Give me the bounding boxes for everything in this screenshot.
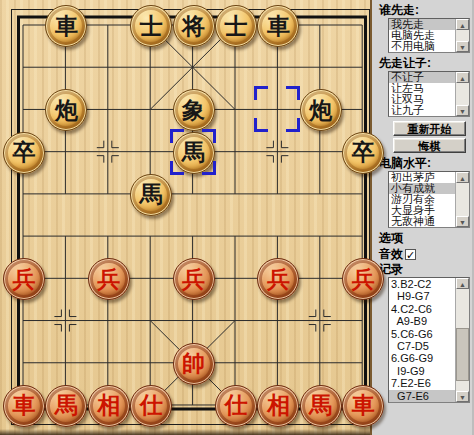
scroll-up-button[interactable]: ▲ xyxy=(456,19,469,30)
red-chariot[interactable]: 車 xyxy=(342,385,384,427)
restart-button[interactable]: 重新开始 xyxy=(393,121,466,136)
scrollbar-track[interactable] xyxy=(456,83,469,105)
control-panel: 谁先走: 我先走电脑先走不用电脑 ▲ ▼ 先走让子: 不让子让左马让双马让九子 … xyxy=(372,0,474,435)
sound-label: 音效 xyxy=(379,246,403,263)
list-item[interactable]: 4.C2-C6 xyxy=(389,303,455,315)
scroll-up-button[interactable]: ▲ xyxy=(456,278,469,289)
red-general[interactable]: 帥 xyxy=(173,343,215,385)
level-listbox[interactable]: 初出茅庐小有成就游刃有余大显身手无敌神通 ▲ ▼ xyxy=(388,171,470,228)
list-item[interactable]: 7.E2-E6 xyxy=(389,377,455,389)
scroll-up-button[interactable]: ▲ xyxy=(456,172,469,183)
list-item[interactable]: 无敌神通 xyxy=(389,216,455,227)
list-item[interactable]: G7-E6 xyxy=(389,390,455,402)
list-item[interactable]: C7-D5 xyxy=(389,340,455,352)
scrollbar-track[interactable] xyxy=(456,289,469,391)
record-listbox[interactable]: 3.B2-C2 H9-G74.C2-C6 A9-B95.C6-G6 C7-D56… xyxy=(388,277,470,403)
scrollbar-track[interactable] xyxy=(456,183,469,216)
black-general[interactable]: 将 xyxy=(173,5,215,47)
red-elephant[interactable]: 相 xyxy=(88,385,130,427)
list-item[interactable]: 3.B2-C2 xyxy=(389,278,455,290)
black-horse[interactable]: 馬 xyxy=(173,132,215,174)
list-item[interactable]: A9-B9 xyxy=(389,315,455,327)
red-horse[interactable]: 馬 xyxy=(300,385,342,427)
black-soldier[interactable]: 卒 xyxy=(3,132,45,174)
who-first-label: 谁先走: xyxy=(379,4,472,17)
list-item[interactable]: 6.G6-G9 xyxy=(389,352,455,364)
scrollbar-thumb[interactable] xyxy=(456,328,469,381)
board[interactable]: 車士将士車炮象炮卒馬卒馬兵兵兵兵兵帥車馬相仕仕相馬車 xyxy=(0,0,372,435)
scroll-up-button[interactable]: ▲ xyxy=(456,72,469,83)
list-item[interactable]: 不用电脑 xyxy=(389,41,455,52)
scroll-down-button[interactable]: ▼ xyxy=(456,41,469,52)
list-item[interactable]: 让九子 xyxy=(389,105,455,116)
undo-button[interactable]: 悔棋 xyxy=(393,138,466,153)
red-advisor[interactable]: 仕 xyxy=(130,385,172,427)
black-advisor[interactable]: 士 xyxy=(215,5,257,47)
level-label: 电脑水平: xyxy=(379,157,472,170)
sound-checkbox[interactable]: ✓ xyxy=(405,249,416,260)
red-chariot[interactable]: 車 xyxy=(3,385,45,427)
who-first-listbox[interactable]: 我先走电脑先走不用电脑 ▲ ▼ xyxy=(388,18,470,53)
scrollbar[interactable]: ▲ ▼ xyxy=(455,278,469,402)
scrollbar[interactable]: ▲ ▼ xyxy=(455,172,469,227)
black-soldier[interactable]: 卒 xyxy=(342,132,384,174)
options-label: 选项 xyxy=(379,232,472,245)
red-advisor[interactable]: 仕 xyxy=(215,385,257,427)
handicap-label: 先走让子: xyxy=(379,57,472,70)
xiangqi-app: 車士将士車炮象炮卒馬卒馬兵兵兵兵兵帥車馬相仕仕相馬車 谁先走: 我先走电脑先走不… xyxy=(0,0,474,435)
scrollbar-track[interactable] xyxy=(456,30,469,41)
red-soldier[interactable]: 兵 xyxy=(88,258,130,300)
scroll-down-button[interactable]: ▼ xyxy=(456,216,469,227)
scroll-down-button[interactable]: ▼ xyxy=(456,391,469,402)
list-item[interactable]: 5.C6-G6 xyxy=(389,328,455,340)
black-cannon[interactable]: 炮 xyxy=(300,89,342,131)
black-horse[interactable]: 馬 xyxy=(130,174,172,216)
record-label: 记录 xyxy=(379,263,472,276)
handicap-listbox[interactable]: 不让子让左马让双马让九子 ▲ ▼ xyxy=(388,71,470,117)
list-item[interactable]: I9-G9 xyxy=(389,365,455,377)
scrollbar[interactable]: ▲ ▼ xyxy=(455,72,469,116)
red-soldier[interactable]: 兵 xyxy=(3,258,45,300)
list-item[interactable]: H9-G7 xyxy=(389,290,455,302)
black-advisor[interactable]: 士 xyxy=(130,5,172,47)
red-soldier[interactable]: 兵 xyxy=(173,258,215,300)
black-elephant[interactable]: 象 xyxy=(173,89,215,131)
scrollbar[interactable]: ▲ ▼ xyxy=(455,19,469,52)
sound-row: 音效 ✓ xyxy=(379,248,472,261)
scroll-down-button[interactable]: ▼ xyxy=(456,105,469,116)
